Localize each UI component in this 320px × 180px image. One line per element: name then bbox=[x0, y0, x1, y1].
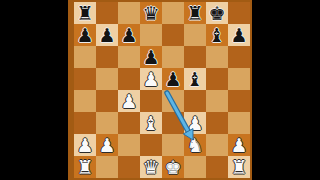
square-f8: ♜ bbox=[184, 2, 206, 24]
square-c6 bbox=[118, 46, 140, 68]
square-f5: ♝ bbox=[184, 68, 206, 90]
white-pawn: ♟ bbox=[228, 134, 250, 156]
black-pawn: ♟ bbox=[162, 68, 184, 90]
black-pawn: ♟ bbox=[228, 24, 250, 46]
square-d4 bbox=[140, 90, 162, 112]
square-e1: ♚ bbox=[162, 156, 184, 178]
square-b5 bbox=[96, 68, 118, 90]
white-pawn: ♟ bbox=[140, 68, 162, 90]
black-king: ♚ bbox=[206, 2, 228, 24]
white-pawn: ♟ bbox=[184, 112, 206, 134]
square-c7: ♟ bbox=[118, 24, 140, 46]
square-c8 bbox=[118, 2, 140, 24]
white-rook: ♜ bbox=[228, 156, 250, 178]
square-b6 bbox=[96, 46, 118, 68]
black-rook: ♜ bbox=[184, 2, 206, 24]
square-d2 bbox=[140, 134, 162, 156]
square-c2 bbox=[118, 134, 140, 156]
square-h3 bbox=[228, 112, 250, 134]
square-b7: ♟ bbox=[96, 24, 118, 46]
square-f4 bbox=[184, 90, 206, 112]
square-d8: ♛ bbox=[140, 2, 162, 24]
square-h2: ♟ bbox=[228, 134, 250, 156]
square-b4 bbox=[96, 90, 118, 112]
square-a5 bbox=[74, 68, 96, 90]
letterbox-right-bar bbox=[252, 0, 320, 180]
square-e2 bbox=[162, 134, 184, 156]
square-f2: ♞ bbox=[184, 134, 206, 156]
square-f1 bbox=[184, 156, 206, 178]
square-e4 bbox=[162, 90, 184, 112]
square-d1: ♛ bbox=[140, 156, 162, 178]
square-a1: ♜ bbox=[74, 156, 96, 178]
black-rook: ♜ bbox=[74, 2, 96, 24]
square-c4: ♟ bbox=[118, 90, 140, 112]
square-h6 bbox=[228, 46, 250, 68]
square-a8: ♜ bbox=[74, 2, 96, 24]
black-pawn: ♟ bbox=[118, 24, 140, 46]
square-h4 bbox=[228, 90, 250, 112]
square-d3: ♝ bbox=[140, 112, 162, 134]
square-g1 bbox=[206, 156, 228, 178]
square-e5: ♟ bbox=[162, 68, 184, 90]
white-queen: ♛ bbox=[140, 156, 162, 178]
square-e3 bbox=[162, 112, 184, 134]
square-a3 bbox=[74, 112, 96, 134]
square-a4 bbox=[74, 90, 96, 112]
black-pawn: ♟ bbox=[74, 24, 96, 46]
white-king: ♚ bbox=[162, 156, 184, 178]
square-b8 bbox=[96, 2, 118, 24]
black-bishop: ♝ bbox=[184, 68, 206, 90]
square-a2: ♟ bbox=[74, 134, 96, 156]
white-pawn: ♟ bbox=[96, 134, 118, 156]
square-f7 bbox=[184, 24, 206, 46]
square-g7: ♝ bbox=[206, 24, 228, 46]
square-b1 bbox=[96, 156, 118, 178]
square-g6 bbox=[206, 46, 228, 68]
square-e6 bbox=[162, 46, 184, 68]
square-b3 bbox=[96, 112, 118, 134]
white-rook: ♜ bbox=[74, 156, 96, 178]
white-bishop: ♝ bbox=[140, 112, 162, 134]
square-h1: ♜ bbox=[228, 156, 250, 178]
chess-board: ♜♛♜♚♟♟♟♝♟♟♟♟♝♟♝♟♟♟♞♟♜♛♚♜ bbox=[68, 0, 252, 180]
square-d5: ♟ bbox=[140, 68, 162, 90]
square-g3 bbox=[206, 112, 228, 134]
square-e7 bbox=[162, 24, 184, 46]
board-grid: ♜♛♜♚♟♟♟♝♟♟♟♟♝♟♝♟♟♟♞♟♜♛♚♜ bbox=[74, 2, 250, 178]
square-f3: ♟ bbox=[184, 112, 206, 134]
white-knight: ♞ bbox=[184, 134, 206, 156]
square-a6 bbox=[74, 46, 96, 68]
square-g8: ♚ bbox=[206, 2, 228, 24]
square-g5 bbox=[206, 68, 228, 90]
white-pawn: ♟ bbox=[74, 134, 96, 156]
square-h5 bbox=[228, 68, 250, 90]
square-b2: ♟ bbox=[96, 134, 118, 156]
square-f6 bbox=[184, 46, 206, 68]
letterbox-left-bar bbox=[0, 0, 68, 180]
black-bishop: ♝ bbox=[206, 24, 228, 46]
square-c1 bbox=[118, 156, 140, 178]
square-g4 bbox=[206, 90, 228, 112]
black-pawn: ♟ bbox=[140, 46, 162, 68]
square-d7 bbox=[140, 24, 162, 46]
square-h8 bbox=[228, 2, 250, 24]
square-a7: ♟ bbox=[74, 24, 96, 46]
square-d6: ♟ bbox=[140, 46, 162, 68]
black-pawn: ♟ bbox=[96, 24, 118, 46]
square-c5 bbox=[118, 68, 140, 90]
square-g2 bbox=[206, 134, 228, 156]
square-e8 bbox=[162, 2, 184, 24]
black-queen: ♛ bbox=[140, 2, 162, 24]
square-h7: ♟ bbox=[228, 24, 250, 46]
square-c3 bbox=[118, 112, 140, 134]
white-pawn: ♟ bbox=[118, 90, 140, 112]
